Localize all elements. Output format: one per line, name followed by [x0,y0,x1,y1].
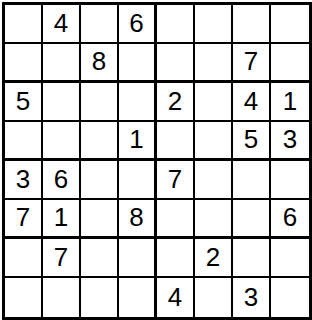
cell-r1c8[interactable] [271,5,309,44]
cell-r5c2[interactable]: 6 [43,161,81,200]
given-digit: 1 [283,88,297,114]
cell-r4c8[interactable]: 3 [271,122,309,161]
cell-r2c4[interactable] [119,44,157,83]
cell-r8c7[interactable]: 3 [233,278,271,317]
cell-r3c5[interactable]: 2 [157,83,195,122]
given-digit: 5 [244,126,258,152]
cell-r2c3[interactable]: 8 [81,44,119,83]
cell-r7c8[interactable] [271,239,309,278]
cell-r7c6[interactable]: 2 [195,239,233,278]
cell-r6c1[interactable]: 7 [5,200,43,239]
cell-r3c3[interactable] [81,83,119,122]
cell-r4c7[interactable]: 5 [233,122,271,161]
sudoku-board: 4687524115336771867243 [2,2,312,320]
cell-r7c4[interactable] [119,239,157,278]
given-digit: 7 [54,244,68,270]
cell-r1c1[interactable] [5,5,43,44]
given-digit: 3 [244,284,258,310]
cell-r5c5[interactable]: 7 [157,161,195,200]
cell-r5c6[interactable] [195,161,233,200]
cell-r8c4[interactable] [119,278,157,317]
given-digit: 8 [129,204,143,230]
cell-r3c6[interactable] [195,83,233,122]
cell-r4c5[interactable] [157,122,195,161]
cell-r6c8[interactable]: 6 [271,200,309,239]
given-digit: 3 [283,126,297,152]
cell-r3c1[interactable]: 5 [5,83,43,122]
cell-r6c3[interactable] [81,200,119,239]
cell-r2c5[interactable] [157,44,195,83]
given-digit: 7 [168,166,182,192]
cell-r2c8[interactable] [271,44,309,83]
cell-r4c2[interactable] [43,122,81,161]
cell-r3c7[interactable]: 4 [233,83,271,122]
cell-r2c1[interactable] [5,44,43,83]
cell-r3c4[interactable] [119,83,157,122]
cell-r6c2[interactable]: 1 [43,200,81,239]
given-digit: 2 [168,88,182,114]
cell-r7c2[interactable]: 7 [43,239,81,278]
given-digit: 8 [92,48,106,74]
cell-r1c6[interactable] [195,5,233,44]
given-digit: 1 [129,126,143,152]
given-digit: 1 [54,204,68,230]
cell-r4c1[interactable] [5,122,43,161]
given-digit: 7 [16,204,30,230]
given-digit: 5 [16,88,30,114]
cell-r4c6[interactable] [195,122,233,161]
cell-r4c4[interactable]: 1 [119,122,157,161]
cell-r6c7[interactable] [233,200,271,239]
given-digit: 6 [54,166,68,192]
cell-r2c2[interactable] [43,44,81,83]
given-digit: 2 [206,244,220,270]
cell-r1c5[interactable] [157,5,195,44]
cell-r8c5[interactable]: 4 [157,278,195,317]
given-digit: 4 [54,10,68,36]
cell-r8c1[interactable] [5,278,43,317]
given-digit: 4 [244,88,258,114]
cell-r8c6[interactable] [195,278,233,317]
given-digit: 6 [283,204,297,230]
given-digit: 4 [168,284,182,310]
cell-r7c7[interactable] [233,239,271,278]
cell-r7c3[interactable] [81,239,119,278]
cell-r1c4[interactable]: 6 [119,5,157,44]
cell-r6c5[interactable] [157,200,195,239]
cell-r8c8[interactable] [271,278,309,317]
cell-r1c2[interactable]: 4 [43,5,81,44]
cell-r5c7[interactable] [233,161,271,200]
cell-r1c7[interactable] [233,5,271,44]
sudoku-page: 4687524115336771867243 [0,0,312,320]
cell-r7c5[interactable] [157,239,195,278]
cell-r6c4[interactable]: 8 [119,200,157,239]
cell-r5c4[interactable] [119,161,157,200]
cell-r8c2[interactable] [43,278,81,317]
given-digit: 7 [244,48,258,74]
cell-r5c8[interactable] [271,161,309,200]
cell-r1c3[interactable] [81,5,119,44]
cell-r6c6[interactable] [195,200,233,239]
cell-r8c3[interactable] [81,278,119,317]
given-digit: 6 [129,10,143,36]
cell-r3c2[interactable] [43,83,81,122]
cell-r5c3[interactable] [81,161,119,200]
cell-r3c8[interactable]: 1 [271,83,309,122]
cell-r2c7[interactable]: 7 [233,44,271,83]
cell-r2c6[interactable] [195,44,233,83]
cell-r4c3[interactable] [81,122,119,161]
cell-r7c1[interactable] [5,239,43,278]
given-digit: 3 [16,166,30,192]
cell-r5c1[interactable]: 3 [5,161,43,200]
